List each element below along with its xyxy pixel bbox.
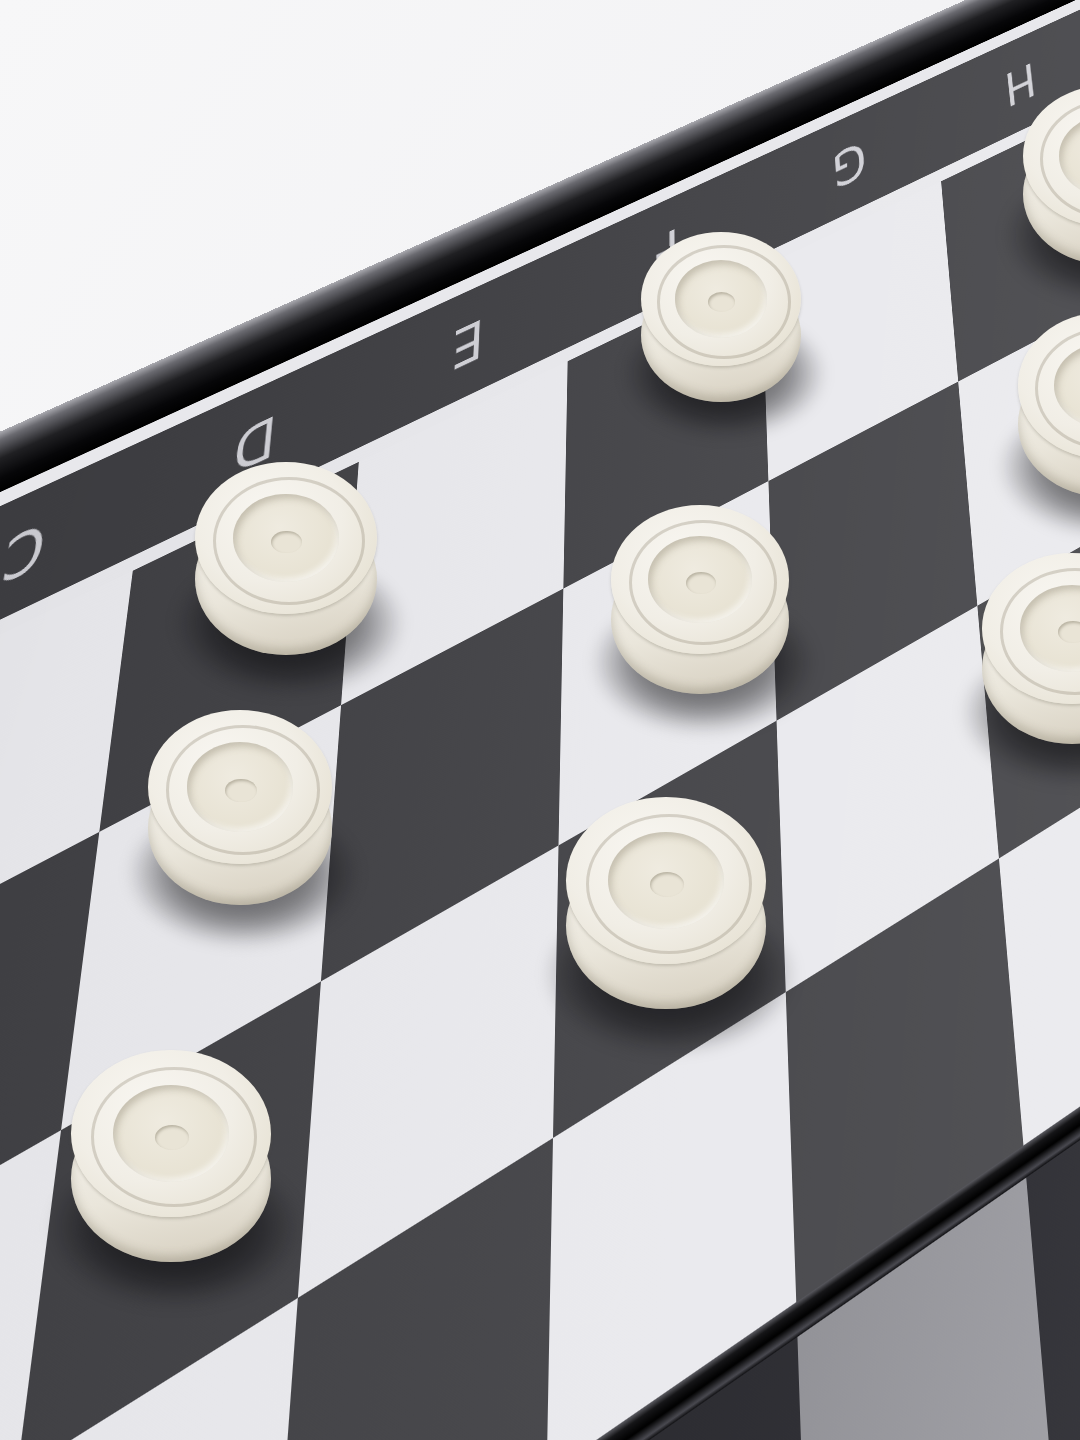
file-label: E (451, 309, 486, 377)
checkers-board: ABCDEFGH (0, 0, 1080, 1440)
file-label: F (652, 219, 680, 281)
file-label: G (831, 133, 868, 196)
file-label: D (231, 405, 279, 481)
file-label: H (1002, 54, 1038, 113)
file-label: C (0, 511, 50, 591)
photo-stage: ABCDEFGH (0, 0, 1080, 1440)
